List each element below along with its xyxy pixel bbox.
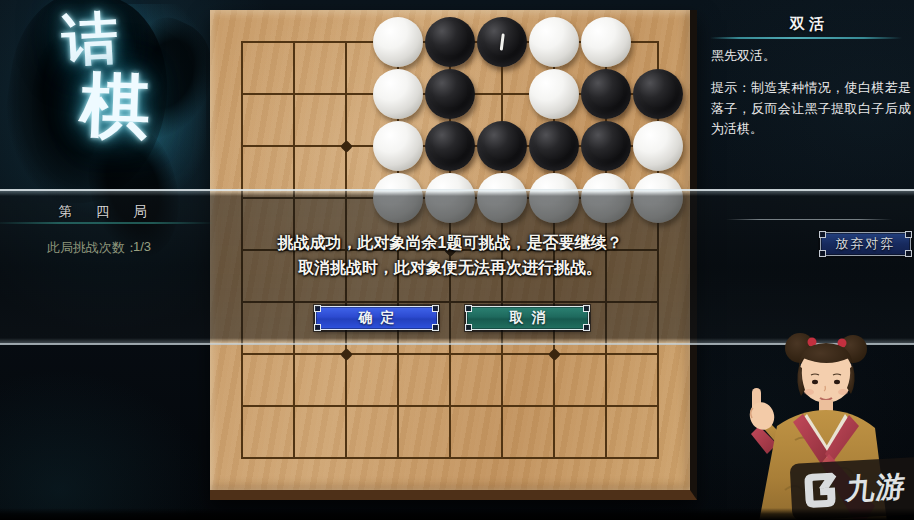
attempts-value: 1/3 bbox=[133, 239, 151, 254]
puzzle-logo-calligraphy: 诘 棋 bbox=[54, 10, 150, 143]
white-stone bbox=[373, 17, 423, 67]
corner-ornament bbox=[905, 231, 912, 238]
resign-button-label: 放弃对弈 bbox=[836, 235, 896, 253]
corner-ornament bbox=[583, 305, 590, 312]
corner-ornament bbox=[583, 324, 590, 331]
panel-band-separator bbox=[726, 219, 892, 220]
confirm-button[interactable]: 确定 bbox=[315, 306, 438, 330]
round-label: 第 四 局 bbox=[0, 203, 205, 221]
black-stone bbox=[581, 69, 631, 119]
corner-ornament bbox=[465, 305, 472, 312]
black-stone bbox=[425, 121, 475, 171]
cancel-button[interactable]: 取消 bbox=[466, 306, 589, 330]
grid-line bbox=[241, 353, 659, 355]
black-stone bbox=[425, 17, 475, 67]
corner-ornament bbox=[465, 324, 472, 331]
corner-ornament bbox=[432, 305, 439, 312]
black-stone bbox=[425, 69, 475, 119]
dialog-message-line2: 取消挑战时，此对象便无法再次进行挑战。 bbox=[150, 258, 750, 279]
corner-ornament bbox=[819, 250, 826, 257]
corner-ornament bbox=[432, 324, 439, 331]
eye bbox=[834, 380, 840, 384]
black-stone bbox=[477, 17, 527, 67]
corner-ornament bbox=[314, 305, 321, 312]
cancel-button-label: 取消 bbox=[502, 309, 554, 327]
white-stone bbox=[529, 69, 579, 119]
logo-char-jie: 诘 bbox=[61, 9, 120, 69]
star-point bbox=[340, 140, 353, 153]
corner-ornament bbox=[819, 231, 826, 238]
dialog-message-line1: 挑战成功，此对象尚余1题可挑战，是否要继续？ bbox=[150, 233, 750, 254]
white-stone bbox=[529, 17, 579, 67]
white-stone bbox=[373, 121, 423, 171]
black-stone bbox=[581, 121, 631, 171]
last-move-marker-icon bbox=[500, 33, 505, 50]
star-point bbox=[548, 348, 561, 361]
resign-button[interactable]: 放弃对弈 bbox=[820, 232, 911, 256]
grid-line bbox=[241, 457, 659, 459]
black-stone bbox=[633, 69, 683, 119]
puzzle-title: 双活 bbox=[700, 15, 914, 34]
watermark-brand-text: 九游 bbox=[844, 466, 907, 509]
logo-char-qi: 棋 bbox=[79, 70, 151, 144]
title-separator bbox=[710, 37, 902, 39]
puzzle-subtitle: 黑先双活。 bbox=[711, 46, 909, 66]
app-root: 诘 棋 第 四 局 此局挑战次数： 1/3 挑战成功，此对象尚余1题可挑战，是否… bbox=[0, 0, 914, 520]
white-stone bbox=[581, 17, 631, 67]
puzzle-hint-text: 提示：制造某种情况，使白棋若是落子，反而会让黑子提取白子后成为活棋。 bbox=[711, 78, 911, 140]
eye bbox=[812, 380, 818, 384]
9game-logo-icon bbox=[802, 470, 840, 512]
corner-ornament bbox=[905, 250, 912, 257]
white-stone bbox=[373, 69, 423, 119]
grid-line bbox=[241, 405, 659, 407]
black-stone bbox=[529, 121, 579, 171]
bottom-fade bbox=[0, 508, 914, 520]
attempts-label: 此局挑战次数： bbox=[47, 239, 138, 257]
corner-ornament bbox=[314, 324, 321, 331]
star-point bbox=[340, 348, 353, 361]
black-stone bbox=[477, 121, 527, 171]
sidebar-separator bbox=[0, 222, 212, 224]
white-stone bbox=[633, 121, 683, 171]
confirm-button-label: 确定 bbox=[351, 309, 403, 327]
